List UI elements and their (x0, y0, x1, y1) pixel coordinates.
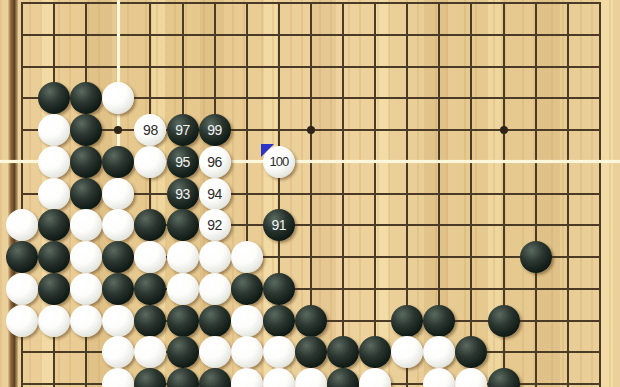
stone-black (455, 336, 487, 368)
stone-black (134, 305, 166, 337)
stone-black (38, 241, 70, 273)
stone-white: 98 (134, 114, 166, 146)
stone-white (6, 209, 38, 241)
stone-white (423, 336, 455, 368)
stone-black (167, 336, 199, 368)
move-number-label: 93 (175, 187, 190, 201)
stone-white (102, 336, 134, 368)
stone-white (263, 336, 295, 368)
stone-white (6, 273, 38, 305)
grid-vline (567, 2, 569, 387)
stone-white (167, 273, 199, 305)
stone-black (102, 241, 134, 273)
stone-white (70, 273, 102, 305)
stone-black (134, 273, 166, 305)
star-point (500, 126, 508, 134)
stone-black (134, 209, 166, 241)
stone-white (359, 368, 391, 387)
stone-black: 91 (263, 209, 295, 241)
stone-black (263, 273, 295, 305)
stone-black (38, 273, 70, 305)
stone-black (199, 305, 231, 337)
stone-white (38, 305, 70, 337)
stone-white (70, 305, 102, 337)
stone-black: 99 (199, 114, 231, 146)
stone-white (6, 305, 38, 337)
stone-white (70, 241, 102, 273)
move-number-label: 91 (272, 218, 287, 232)
grid-vline (342, 2, 344, 387)
stone-black (359, 336, 391, 368)
stone-white (70, 209, 102, 241)
stone-black: 97 (167, 114, 199, 146)
move-number-label: 92 (207, 218, 222, 232)
stone-white (38, 146, 70, 178)
stone-white (231, 241, 263, 273)
grid-vline (470, 2, 472, 387)
stone-black: 93 (167, 178, 199, 210)
stone-black (167, 209, 199, 241)
stone-black: 95 (167, 146, 199, 178)
stone-black (38, 82, 70, 114)
move-number-label: 100 (269, 155, 288, 168)
stone-white (38, 114, 70, 146)
last-move-marker-icon (261, 144, 274, 157)
stone-white (102, 82, 134, 114)
stone-white (231, 368, 263, 387)
stone-black (488, 368, 520, 387)
stone-white (102, 209, 134, 241)
stone-white (199, 273, 231, 305)
stone-black (295, 305, 327, 337)
grid-vline (535, 2, 537, 387)
stone-white (102, 305, 134, 337)
stone-black (423, 305, 455, 337)
stone-black (295, 336, 327, 368)
stone-black (6, 241, 38, 273)
stone-black (167, 368, 199, 387)
stone-black (199, 368, 231, 387)
move-number-label: 95 (175, 155, 190, 169)
stone-white (199, 336, 231, 368)
stone-white: 100 (263, 146, 295, 178)
move-number-label: 94 (207, 187, 222, 201)
stone-black (70, 146, 102, 178)
star-point (307, 126, 315, 134)
move-number-label: 99 (207, 123, 222, 137)
stone-white (263, 368, 295, 387)
stone-white (38, 178, 70, 210)
stone-white (199, 241, 231, 273)
stone-white (134, 241, 166, 273)
stone-white (134, 146, 166, 178)
stone-white: 94 (199, 178, 231, 210)
stone-black (102, 273, 134, 305)
stone-black (520, 241, 552, 273)
grid-hline (21, 34, 601, 36)
stone-white (423, 368, 455, 387)
stone-white: 96 (199, 146, 231, 178)
move-number-label: 97 (175, 123, 190, 137)
move-number-label: 96 (207, 155, 222, 169)
go-board[interactable]: 989799959610093949291 (0, 0, 620, 387)
stone-white: 92 (199, 209, 231, 241)
stone-white (167, 241, 199, 273)
stone-white (295, 368, 327, 387)
grid-vline (374, 2, 376, 387)
stone-black (70, 178, 102, 210)
stone-black (391, 305, 423, 337)
stone-black (327, 368, 359, 387)
star-point (114, 126, 122, 134)
stone-black (70, 82, 102, 114)
stone-white (231, 336, 263, 368)
stone-black (488, 305, 520, 337)
stone-black (70, 114, 102, 146)
stone-black (263, 305, 295, 337)
stone-black (102, 146, 134, 178)
stone-white (391, 336, 423, 368)
grid-vline (599, 2, 601, 387)
stone-white (455, 368, 487, 387)
stone-black (134, 368, 166, 387)
move-number-label: 98 (143, 123, 158, 137)
stone-white (102, 368, 134, 387)
stone-black (38, 209, 70, 241)
stone-white (102, 178, 134, 210)
stone-white (134, 336, 166, 368)
stone-white (231, 305, 263, 337)
stone-black (167, 305, 199, 337)
grid-hline (21, 2, 601, 4)
stone-black (231, 273, 263, 305)
stone-black (327, 336, 359, 368)
grid-hline (21, 66, 601, 68)
